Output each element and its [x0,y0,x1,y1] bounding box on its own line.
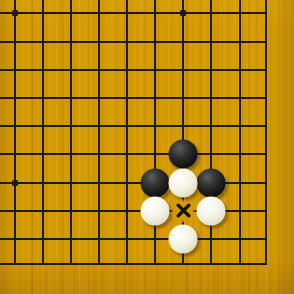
grid-line [0,182,267,184]
white-stone [169,168,198,197]
grid-line [0,125,267,127]
grid-line [0,263,267,265]
black-stone [141,168,170,197]
x-mark-icon [176,203,191,218]
white-stone [169,224,198,253]
go-board[interactable] [0,0,294,294]
star-point [180,10,186,16]
star-point [12,180,18,186]
grid-line [0,69,267,71]
grid-line [0,210,267,212]
white-stone [197,196,226,225]
star-point [12,10,18,16]
grid-line [0,238,267,240]
black-stone [169,140,198,169]
go-app-screen [0,0,294,294]
grid-line [0,153,267,155]
black-stone [197,168,226,197]
grid-line [0,97,267,99]
white-stone [141,196,170,225]
capture-point-mark [171,199,195,223]
grid-line [0,12,267,14]
grid-line [0,41,267,43]
